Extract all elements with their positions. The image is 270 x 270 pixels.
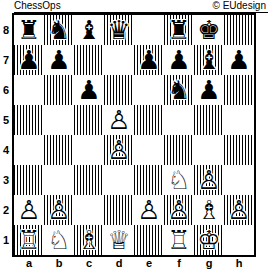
white-pawn-piece: ♙ bbox=[134, 195, 164, 225]
black-pawn-piece: ♟ bbox=[44, 45, 74, 75]
file-label-h: h bbox=[224, 256, 254, 269]
white-bishop-piece: ♗ bbox=[194, 195, 224, 225]
square-b1[interactable]: ♘ bbox=[44, 225, 74, 255]
square-f7[interactable]: ♟ bbox=[164, 45, 194, 75]
rank-label-7: 7 bbox=[0, 45, 12, 75]
square-c1[interactable]: ♗ bbox=[74, 225, 104, 255]
white-pawn-piece: ♙ bbox=[224, 195, 254, 225]
square-e2[interactable]: ♙ bbox=[134, 195, 164, 225]
rank-label-5: 5 bbox=[0, 105, 12, 135]
rank-label-4: 4 bbox=[0, 135, 12, 165]
square-c3[interactable] bbox=[74, 165, 104, 195]
title-bar: ChessOps © EUdesign bbox=[14, 0, 268, 13]
square-e6[interactable] bbox=[134, 75, 164, 105]
black-king-piece: ♚ bbox=[194, 15, 224, 45]
square-h3[interactable] bbox=[224, 165, 254, 195]
file-label-c: c bbox=[74, 256, 104, 269]
square-h2[interactable]: ♙ bbox=[224, 195, 254, 225]
square-e7[interactable]: ♟ bbox=[134, 45, 164, 75]
white-pawn-piece: ♙ bbox=[104, 135, 134, 165]
square-g4[interactable] bbox=[194, 135, 224, 165]
square-h7[interactable]: ♟ bbox=[224, 45, 254, 75]
black-pawn-piece: ♟ bbox=[134, 45, 164, 75]
black-rook-piece: ♜ bbox=[14, 15, 44, 45]
black-pawn-piece: ♟ bbox=[194, 75, 224, 105]
square-d1[interactable]: ♕ bbox=[104, 225, 134, 255]
square-a4[interactable] bbox=[14, 135, 44, 165]
square-f2[interactable]: ♙ bbox=[164, 195, 194, 225]
square-d8[interactable]: ♛ bbox=[104, 15, 134, 45]
black-pawn-piece: ♟ bbox=[14, 45, 44, 75]
square-e4[interactable] bbox=[134, 135, 164, 165]
black-pawn-piece: ♟ bbox=[224, 45, 254, 75]
square-f4[interactable] bbox=[164, 135, 194, 165]
square-c7[interactable] bbox=[74, 45, 104, 75]
square-c6[interactable]: ♟ bbox=[74, 75, 104, 105]
black-pawn-piece: ♟ bbox=[164, 45, 194, 75]
square-e3[interactable] bbox=[134, 165, 164, 195]
file-label-a: a bbox=[14, 256, 44, 269]
square-c4[interactable] bbox=[74, 135, 104, 165]
square-a7[interactable]: ♟ bbox=[14, 45, 44, 75]
black-bishop-piece: ♝ bbox=[194, 45, 224, 75]
square-g1[interactable]: ♔ bbox=[194, 225, 224, 255]
black-pawn-piece: ♟ bbox=[74, 75, 104, 105]
white-rook-piece: ♖ bbox=[164, 225, 194, 255]
file-labels: abcdefgh bbox=[14, 256, 254, 269]
square-h8[interactable] bbox=[224, 15, 254, 45]
white-knight-piece: ♘ bbox=[164, 165, 194, 195]
square-e8[interactable] bbox=[134, 15, 164, 45]
square-e1[interactable] bbox=[134, 225, 164, 255]
square-f6[interactable]: ♞ bbox=[164, 75, 194, 105]
white-queen-piece: ♕ bbox=[104, 225, 134, 255]
square-d3[interactable] bbox=[104, 165, 134, 195]
square-f1[interactable]: ♖ bbox=[164, 225, 194, 255]
square-b3[interactable] bbox=[44, 165, 74, 195]
square-g5[interactable] bbox=[194, 105, 224, 135]
square-b7[interactable]: ♟ bbox=[44, 45, 74, 75]
square-b2[interactable]: ♙ bbox=[44, 195, 74, 225]
square-g7[interactable]: ♝ bbox=[194, 45, 224, 75]
square-f8[interactable]: ♜ bbox=[164, 15, 194, 45]
white-king-piece: ♔ bbox=[194, 225, 224, 255]
file-label-d: d bbox=[104, 256, 134, 269]
square-h4[interactable] bbox=[224, 135, 254, 165]
square-d6[interactable] bbox=[104, 75, 134, 105]
square-g6[interactable]: ♟ bbox=[194, 75, 224, 105]
black-rook-piece: ♜ bbox=[164, 15, 194, 45]
white-knight-piece: ♘ bbox=[44, 225, 74, 255]
square-e5[interactable] bbox=[134, 105, 164, 135]
square-c2[interactable] bbox=[74, 195, 104, 225]
square-g2[interactable]: ♗ bbox=[194, 195, 224, 225]
white-pawn-piece: ♙ bbox=[164, 195, 194, 225]
white-pawn-piece: ♙ bbox=[14, 195, 44, 225]
credit-text: © EUdesign bbox=[212, 0, 268, 12]
square-b4[interactable] bbox=[44, 135, 74, 165]
square-d7[interactable] bbox=[104, 45, 134, 75]
white-bishop-piece: ♗ bbox=[74, 225, 104, 255]
black-queen-piece: ♛ bbox=[104, 15, 134, 45]
square-f5[interactable] bbox=[164, 105, 194, 135]
white-pawn-piece: ♙ bbox=[104, 105, 134, 135]
rank-label-3: 3 bbox=[0, 165, 12, 195]
square-c5[interactable] bbox=[74, 105, 104, 135]
app-title: ChessOps bbox=[14, 0, 61, 12]
rank-label-8: 8 bbox=[0, 15, 12, 45]
square-h5[interactable] bbox=[224, 105, 254, 135]
white-pawn-piece: ♙ bbox=[194, 165, 224, 195]
square-f3[interactable]: ♘ bbox=[164, 165, 194, 195]
file-label-g: g bbox=[194, 256, 224, 269]
square-g8[interactable]: ♚ bbox=[194, 15, 224, 45]
square-b8[interactable]: ♞ bbox=[44, 15, 74, 45]
square-b5[interactable] bbox=[44, 105, 74, 135]
rank-label-2: 2 bbox=[0, 195, 12, 225]
square-d5[interactable]: ♙ bbox=[104, 105, 134, 135]
square-a6[interactable] bbox=[14, 75, 44, 105]
white-pawn-piece: ♙ bbox=[44, 195, 74, 225]
rank-labels: 87654321 bbox=[0, 15, 12, 255]
square-a8[interactable]: ♜ bbox=[14, 15, 44, 45]
square-d2[interactable] bbox=[104, 195, 134, 225]
white-rook-piece: ♖ bbox=[14, 225, 44, 255]
square-c8[interactable]: ♝ bbox=[74, 15, 104, 45]
black-knight-piece: ♞ bbox=[164, 75, 194, 105]
rank-label-1: 1 bbox=[0, 225, 12, 255]
square-b6[interactable] bbox=[44, 75, 74, 105]
square-a3[interactable] bbox=[14, 165, 44, 195]
square-g3[interactable]: ♙ bbox=[194, 165, 224, 195]
square-a2[interactable]: ♙ bbox=[14, 195, 44, 225]
square-h6[interactable] bbox=[224, 75, 254, 105]
chess-board: ♜♞♝♛♜♚♟♟♟♟♝♟♟♞♟♙♙♘♙♙♙♙♙♗♙♖♘♗♕♖♔ bbox=[14, 15, 254, 255]
black-knight-piece: ♞ bbox=[44, 15, 74, 45]
square-d4[interactable]: ♙ bbox=[104, 135, 134, 165]
file-label-f: f bbox=[164, 256, 194, 269]
rank-label-6: 6 bbox=[0, 75, 12, 105]
square-a1[interactable]: ♖ bbox=[14, 225, 44, 255]
board-frame: ♜♞♝♛♜♚♟♟♟♟♝♟♟♞♟♙♙♘♙♙♙♙♙♗♙♖♘♗♕♖♔ bbox=[12, 13, 256, 257]
square-a5[interactable] bbox=[14, 105, 44, 135]
square-h1[interactable] bbox=[224, 225, 254, 255]
file-label-e: e bbox=[134, 256, 164, 269]
black-bishop-piece: ♝ bbox=[74, 15, 104, 45]
file-label-b: b bbox=[44, 256, 74, 269]
